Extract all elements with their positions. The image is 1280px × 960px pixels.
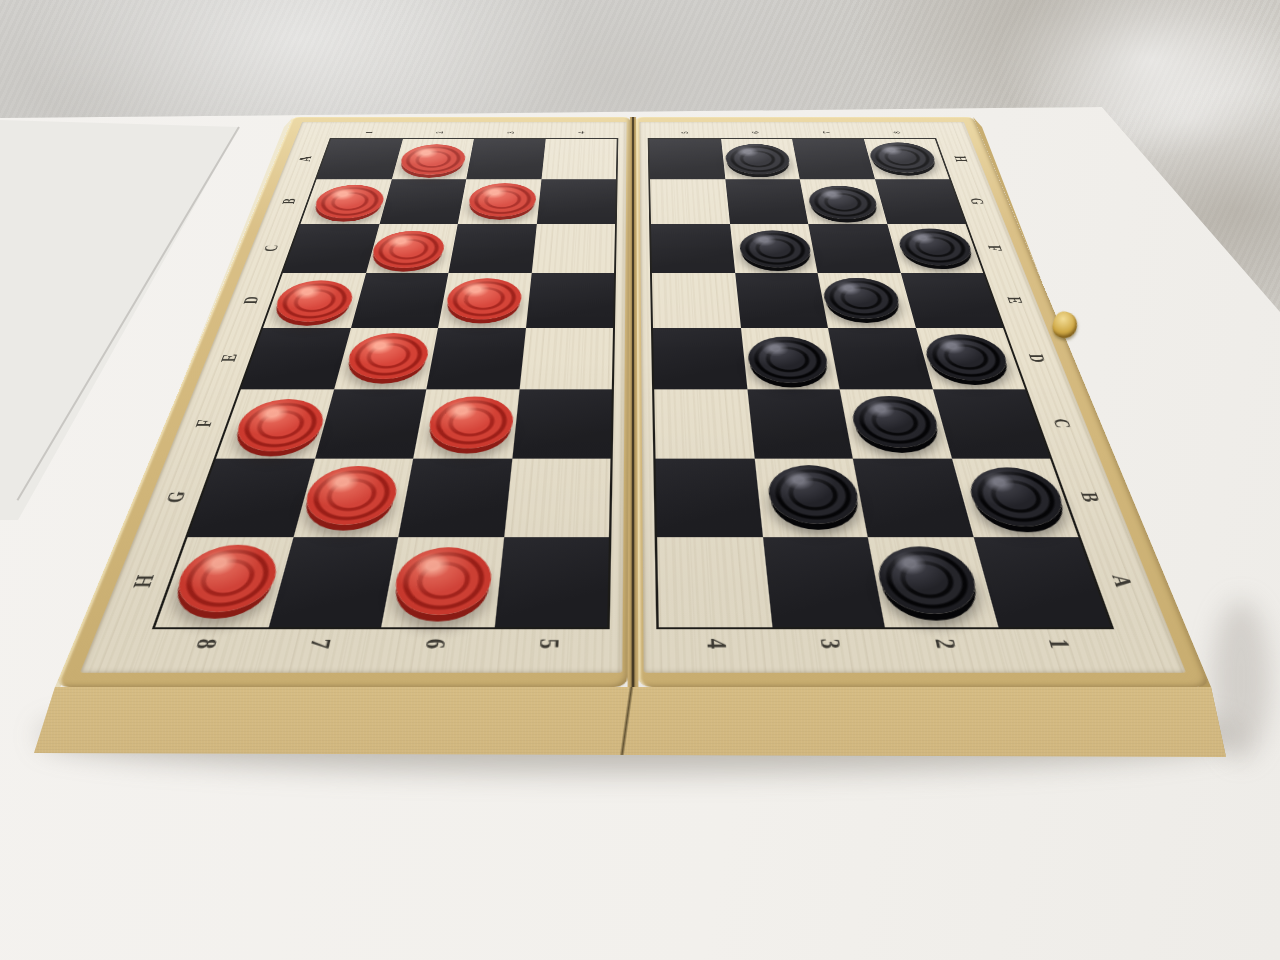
coord-label: 1 (358, 128, 380, 137)
coord-label: 4 (571, 128, 591, 137)
coord-label: 6 (745, 128, 766, 137)
coord-label: D (238, 293, 266, 306)
square-C2[interactable] (808, 224, 900, 273)
square-H5[interactable] (494, 537, 609, 627)
square-A8[interactable] (317, 139, 403, 179)
square-F5[interactable] (512, 389, 612, 458)
square-A2[interactable] (792, 139, 875, 179)
square-H4[interactable] (657, 537, 772, 627)
scene: ABCDEFGH81726354 HGFEDCBA45362718 (0, 0, 1280, 960)
square-F4[interactable] (654, 389, 754, 458)
square-D4[interactable] (652, 273, 741, 328)
coord-label: 7 (816, 128, 838, 137)
coord-label: 3 (500, 128, 521, 137)
square-E6[interactable] (426, 328, 525, 389)
coord-label: E (1000, 293, 1028, 306)
square-B1[interactable] (875, 179, 966, 224)
square-E5[interactable] (519, 328, 613, 389)
square-F3[interactable] (747, 389, 853, 458)
square-B4[interactable] (650, 179, 729, 224)
coord-label: 5 (533, 632, 566, 656)
coord-label: H (949, 154, 973, 164)
square-F7[interactable] (315, 389, 427, 458)
coord-label: 2 (927, 632, 964, 656)
coord-label: G (964, 196, 989, 207)
coord-label: 2 (429, 128, 451, 137)
square-A6[interactable] (466, 139, 545, 179)
square-D1[interactable] (900, 273, 1003, 328)
coord-label: B (277, 196, 302, 207)
square-B5[interactable] (536, 179, 615, 224)
square-G5[interactable] (504, 459, 611, 538)
square-H3[interactable] (762, 537, 884, 627)
square-E8[interactable] (241, 328, 351, 389)
coord-label: 6 (418, 632, 453, 656)
square-A5[interactable] (541, 139, 617, 179)
box-front-fold-seam (619, 687, 634, 757)
square-C8[interactable] (283, 224, 379, 273)
square-D5[interactable] (526, 273, 615, 328)
coord-label: A (294, 154, 318, 164)
square-G6[interactable] (398, 459, 512, 538)
coord-label: 3 (814, 632, 849, 656)
coord-label: 7 (302, 632, 339, 656)
square-D3[interactable] (735, 273, 828, 328)
square-G4[interactable] (656, 459, 763, 538)
square-A4[interactable] (649, 139, 725, 179)
coord-label: 8 (886, 128, 908, 137)
square-E2[interactable] (828, 328, 932, 389)
square-C4[interactable] (651, 224, 735, 273)
coord-label: 5 (675, 128, 695, 137)
coord-label: 8 (187, 632, 226, 656)
square-B7[interactable] (379, 179, 466, 224)
coord-label: F (981, 242, 1008, 254)
coord-label: 4 (700, 632, 733, 656)
square-E4[interactable] (653, 328, 747, 389)
square-C6[interactable] (448, 224, 536, 273)
square-B3[interactable] (725, 179, 808, 224)
square-C5[interactable] (531, 224, 615, 273)
coord-label: C (258, 242, 285, 254)
coord-label: D (1021, 351, 1051, 366)
square-D7[interactable] (351, 273, 449, 328)
